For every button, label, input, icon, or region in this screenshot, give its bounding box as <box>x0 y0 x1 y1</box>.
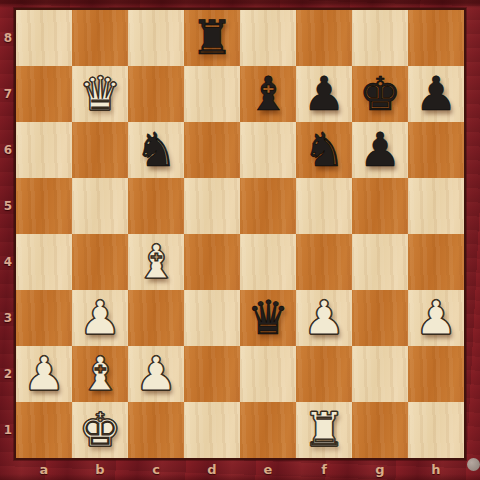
rank-labels: 87654321 <box>0 10 16 458</box>
square-d3[interactable] <box>184 290 240 346</box>
rank-label-5: 5 <box>0 178 16 234</box>
square-d6[interactable] <box>184 122 240 178</box>
square-a2[interactable]: ♟ <box>16 346 72 402</box>
square-g2[interactable] <box>352 346 408 402</box>
square-f7[interactable]: ♟ <box>296 66 352 122</box>
file-label-e: e <box>240 458 296 480</box>
piece-black-pawn[interactable]: ♟ <box>352 122 408 178</box>
square-f1[interactable]: ♜ <box>296 402 352 458</box>
square-g6[interactable]: ♟ <box>352 122 408 178</box>
square-g5[interactable] <box>352 178 408 234</box>
square-e1[interactable] <box>240 402 296 458</box>
piece-white-pawn[interactable]: ♟ <box>408 290 464 346</box>
piece-white-bishop[interactable]: ♝ <box>72 346 128 402</box>
rank-label-1: 1 <box>0 402 16 458</box>
square-b8[interactable] <box>72 10 128 66</box>
square-e8[interactable] <box>240 10 296 66</box>
piece-black-bishop[interactable]: ♝ <box>240 66 296 122</box>
square-g7[interactable]: ♚ <box>352 66 408 122</box>
file-label-h: h <box>408 458 464 480</box>
square-h4[interactable] <box>408 234 464 290</box>
square-a6[interactable] <box>16 122 72 178</box>
piece-black-pawn[interactable]: ♟ <box>408 66 464 122</box>
square-e7[interactable]: ♝ <box>240 66 296 122</box>
piece-black-king[interactable]: ♚ <box>352 66 408 122</box>
square-h3[interactable]: ♟ <box>408 290 464 346</box>
file-label-d: d <box>184 458 240 480</box>
rank-label-6: 6 <box>0 122 16 178</box>
square-a1[interactable] <box>16 402 72 458</box>
piece-white-rook[interactable]: ♜ <box>296 402 352 458</box>
piece-white-king[interactable]: ♚ <box>72 402 128 458</box>
square-e4[interactable] <box>240 234 296 290</box>
rank-label-7: 7 <box>0 66 16 122</box>
square-a8[interactable] <box>16 10 72 66</box>
square-c1[interactable] <box>128 402 184 458</box>
square-h2[interactable] <box>408 346 464 402</box>
piece-black-queen[interactable]: ♛ <box>240 290 296 346</box>
watermark-dot <box>467 458 480 471</box>
piece-white-pawn[interactable]: ♟ <box>16 346 72 402</box>
square-g8[interactable] <box>352 10 408 66</box>
square-g4[interactable] <box>352 234 408 290</box>
file-label-f: f <box>296 458 352 480</box>
piece-white-queen[interactable]: ♛ <box>72 66 128 122</box>
piece-black-knight[interactable]: ♞ <box>128 122 184 178</box>
square-f5[interactable] <box>296 178 352 234</box>
square-f4[interactable] <box>296 234 352 290</box>
square-f3[interactable]: ♟ <box>296 290 352 346</box>
file-label-c: c <box>128 458 184 480</box>
square-d7[interactable] <box>184 66 240 122</box>
square-h1[interactable] <box>408 402 464 458</box>
square-c2[interactable]: ♟ <box>128 346 184 402</box>
square-b6[interactable] <box>72 122 128 178</box>
file-label-g: g <box>352 458 408 480</box>
file-label-a: a <box>16 458 72 480</box>
square-e3[interactable]: ♛ <box>240 290 296 346</box>
square-h6[interactable] <box>408 122 464 178</box>
file-labels: abcdefgh <box>16 458 464 480</box>
square-g3[interactable] <box>352 290 408 346</box>
square-c8[interactable] <box>128 10 184 66</box>
rank-label-4: 4 <box>0 234 16 290</box>
square-d2[interactable] <box>184 346 240 402</box>
file-label-b: b <box>72 458 128 480</box>
piece-black-rook[interactable]: ♜ <box>184 10 240 66</box>
square-c5[interactable] <box>128 178 184 234</box>
square-b5[interactable] <box>72 178 128 234</box>
square-c4[interactable]: ♝ <box>128 234 184 290</box>
square-c6[interactable]: ♞ <box>128 122 184 178</box>
piece-black-pawn[interactable]: ♟ <box>296 66 352 122</box>
square-d5[interactable] <box>184 178 240 234</box>
square-b7[interactable]: ♛ <box>72 66 128 122</box>
square-a5[interactable] <box>16 178 72 234</box>
rank-label-2: 2 <box>0 346 16 402</box>
square-a7[interactable] <box>16 66 72 122</box>
square-c3[interactable] <box>128 290 184 346</box>
piece-black-knight[interactable]: ♞ <box>296 122 352 178</box>
rank-label-8: 8 <box>0 10 16 66</box>
square-d8[interactable]: ♜ <box>184 10 240 66</box>
square-c7[interactable] <box>128 66 184 122</box>
square-g1[interactable] <box>352 402 408 458</box>
square-e6[interactable] <box>240 122 296 178</box>
piece-white-pawn[interactable]: ♟ <box>72 290 128 346</box>
chess-board: ♜♛♝♟♚♟♞♞♟♝♟♛♟♟♟♝♟♚♜ <box>16 10 464 458</box>
piece-white-bishop[interactable]: ♝ <box>128 234 184 290</box>
square-a4[interactable] <box>16 234 72 290</box>
square-a3[interactable] <box>16 290 72 346</box>
square-f2[interactable] <box>296 346 352 402</box>
piece-white-pawn[interactable]: ♟ <box>296 290 352 346</box>
square-h8[interactable] <box>408 10 464 66</box>
square-e5[interactable] <box>240 178 296 234</box>
piece-white-pawn[interactable]: ♟ <box>128 346 184 402</box>
square-f8[interactable] <box>296 10 352 66</box>
rank-label-3: 3 <box>0 290 16 346</box>
square-h7[interactable]: ♟ <box>408 66 464 122</box>
square-d1[interactable] <box>184 402 240 458</box>
square-h5[interactable] <box>408 178 464 234</box>
square-b2[interactable]: ♝ <box>72 346 128 402</box>
square-e2[interactable] <box>240 346 296 402</box>
square-d4[interactable] <box>184 234 240 290</box>
square-f6[interactable]: ♞ <box>296 122 352 178</box>
square-b1[interactable]: ♚ <box>72 402 128 458</box>
chess-board-frame: 87654321 abcdefgh ♜♛♝♟♚♟♞♞♟♝♟♛♟♟♟♝♟♚♜ <box>0 0 480 480</box>
square-b4[interactable] <box>72 234 128 290</box>
square-b3[interactable]: ♟ <box>72 290 128 346</box>
